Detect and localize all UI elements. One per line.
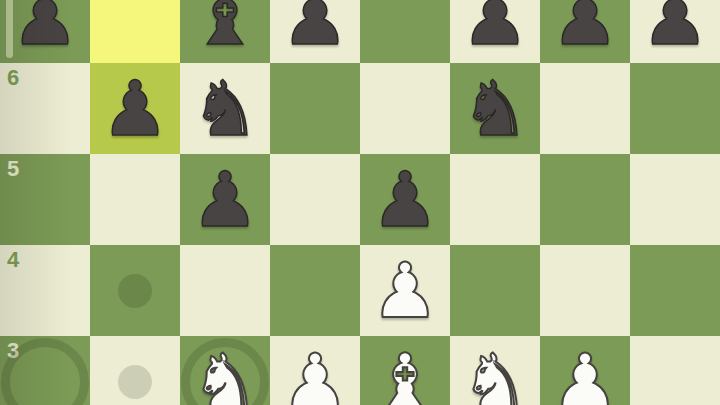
square-d7[interactable]: ♟	[270, 0, 360, 63]
legal-move-dot-b4[interactable]	[118, 274, 152, 308]
black-bishop-c7[interactable]: ♝	[180, 0, 270, 63]
white-knight-c3[interactable]: ♞	[180, 336, 270, 405]
square-f3[interactable]: ♞	[450, 336, 540, 405]
white-pawn-g3[interactable]: ♟	[540, 336, 630, 405]
square-h5[interactable]	[630, 154, 720, 245]
black-pawn-c5[interactable]: ♟	[180, 154, 270, 245]
square-c4[interactable]	[180, 245, 270, 336]
square-e6[interactable]	[360, 63, 450, 154]
white-bishop-e3[interactable]: ♝	[360, 336, 450, 405]
square-a5[interactable]: 5	[0, 154, 90, 245]
square-d4[interactable]	[270, 245, 360, 336]
square-e4[interactable]: ♟	[360, 245, 450, 336]
square-a6[interactable]: 6	[0, 63, 90, 154]
square-d3[interactable]: ♟	[270, 336, 360, 405]
square-b6[interactable]: ♟	[90, 63, 180, 154]
square-h3[interactable]	[630, 336, 720, 405]
square-g5[interactable]	[540, 154, 630, 245]
white-pawn-d3[interactable]: ♟	[270, 336, 360, 405]
black-pawn-e5[interactable]: ♟	[360, 154, 450, 245]
black-pawn-g7[interactable]: ♟	[540, 0, 630, 63]
square-e3[interactable]: ♝	[360, 336, 450, 405]
square-d6[interactable]	[270, 63, 360, 154]
black-pawn-a7[interactable]: ♟	[0, 0, 90, 63]
black-knight-c6[interactable]: ♞	[180, 63, 270, 154]
square-f4[interactable]	[450, 245, 540, 336]
square-b7[interactable]	[90, 0, 180, 63]
square-a7[interactable]: ♟	[0, 0, 90, 63]
chessboard-viewport: ♟♝♟♟♟♟6♟♞♞5♟♟4♟3♞♟♝♞♟	[0, 0, 720, 405]
square-a4[interactable]: 4	[0, 245, 90, 336]
legal-move-dot-b3[interactable]	[118, 365, 152, 399]
black-pawn-f7[interactable]: ♟	[450, 0, 540, 63]
black-pawn-h7[interactable]: ♟	[630, 0, 720, 63]
white-knight-f3[interactable]: ♞	[450, 336, 540, 405]
square-g3[interactable]: ♟	[540, 336, 630, 405]
white-pawn-e4[interactable]: ♟	[360, 245, 450, 336]
square-f7[interactable]: ♟	[450, 0, 540, 63]
square-b4[interactable]	[90, 245, 180, 336]
black-knight-f6[interactable]: ♞	[450, 63, 540, 154]
square-c7[interactable]: ♝	[180, 0, 270, 63]
rank-label-4: 4	[7, 249, 19, 271]
square-f6[interactable]: ♞	[450, 63, 540, 154]
square-h7[interactable]: ♟	[630, 0, 720, 63]
square-e7[interactable]	[360, 0, 450, 63]
board-grid: ♟♝♟♟♟♟6♟♞♞5♟♟4♟3♞♟♝♞♟	[0, 0, 720, 405]
rank-label-6: 6	[7, 67, 19, 89]
rank-label-5: 5	[7, 158, 19, 180]
black-pawn-d7[interactable]: ♟	[270, 0, 360, 63]
square-a3[interactable]: 3	[0, 336, 90, 405]
square-c5[interactable]: ♟	[180, 154, 270, 245]
square-b3[interactable]	[90, 336, 180, 405]
square-d5[interactable]	[270, 154, 360, 245]
square-c6[interactable]: ♞	[180, 63, 270, 154]
video-artifact-strip	[6, 0, 13, 58]
square-g7[interactable]: ♟	[540, 0, 630, 63]
square-c3[interactable]: ♞	[180, 336, 270, 405]
square-g4[interactable]	[540, 245, 630, 336]
square-f5[interactable]	[450, 154, 540, 245]
square-b5[interactable]	[90, 154, 180, 245]
square-h4[interactable]	[630, 245, 720, 336]
square-g6[interactable]	[540, 63, 630, 154]
square-e5[interactable]: ♟	[360, 154, 450, 245]
black-pawn-b6[interactable]: ♟	[90, 63, 180, 154]
square-h6[interactable]	[630, 63, 720, 154]
